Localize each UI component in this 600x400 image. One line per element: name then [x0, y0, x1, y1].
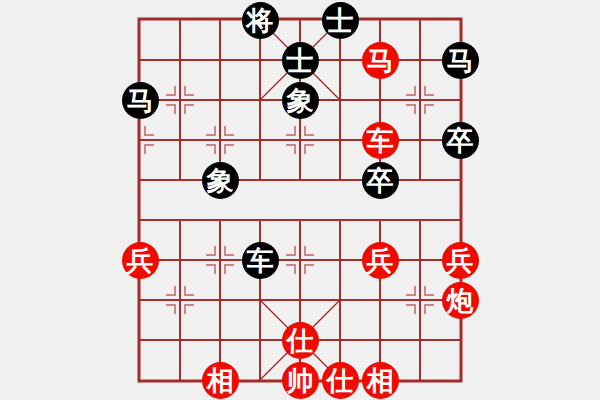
board-point: 兵 [440, 240, 480, 280]
black-elephant[interactable]: 象 [282, 82, 319, 119]
board-point: 炮 [440, 280, 480, 320]
board-point: 帅 [280, 360, 320, 400]
red-general[interactable]: 帅 [282, 362, 319, 399]
red-cannon[interactable]: 炮 [442, 282, 479, 319]
board-point: 兵 [360, 240, 400, 280]
black-chariot[interactable]: 车 [242, 242, 279, 279]
board-point: 马 [360, 40, 400, 80]
red-advisor[interactable]: 仕 [322, 362, 359, 399]
board-point: 相 [360, 360, 400, 400]
black-elephant[interactable]: 象 [202, 162, 239, 199]
board-point: 兵 [120, 240, 160, 280]
red-soldier[interactable]: 兵 [122, 242, 159, 279]
board-point: 士 [280, 40, 320, 80]
board-point: 卒 [440, 120, 480, 160]
board-point: 相 [200, 360, 240, 400]
red-chariot[interactable]: 车 [362, 122, 399, 159]
piece-grid: 将士士马马马象车卒象卒兵车兵兵炮仕相帅仕相 [120, 0, 480, 400]
board-point: 车 [240, 240, 280, 280]
black-advisor[interactable]: 士 [322, 2, 359, 39]
board-point: 马 [120, 80, 160, 120]
board-point: 马 [440, 40, 480, 80]
black-advisor[interactable]: 士 [282, 42, 319, 79]
board-point: 车 [360, 120, 400, 160]
board-point: 将 [240, 0, 280, 40]
black-general[interactable]: 将 [242, 2, 279, 39]
board-point: 象 [200, 160, 240, 200]
board-point: 象 [280, 80, 320, 120]
black-horse[interactable]: 马 [122, 82, 159, 119]
black-horse[interactable]: 马 [442, 42, 479, 79]
red-advisor[interactable]: 仕 [282, 322, 319, 359]
board-point: 士 [320, 0, 360, 40]
red-soldier[interactable]: 兵 [362, 242, 399, 279]
board-point: 仕 [320, 360, 360, 400]
black-soldier[interactable]: 卒 [362, 162, 399, 199]
board-point: 仕 [280, 320, 320, 360]
red-horse[interactable]: 马 [362, 42, 399, 79]
red-elephant[interactable]: 相 [202, 362, 239, 399]
red-soldier[interactable]: 兵 [442, 242, 479, 279]
board-point: 卒 [360, 160, 400, 200]
red-elephant[interactable]: 相 [362, 362, 399, 399]
xiangqi-board[interactable]: 将士士马马马象车卒象卒兵车兵兵炮仕相帅仕相 [0, 0, 600, 400]
black-soldier[interactable]: 卒 [442, 122, 479, 159]
